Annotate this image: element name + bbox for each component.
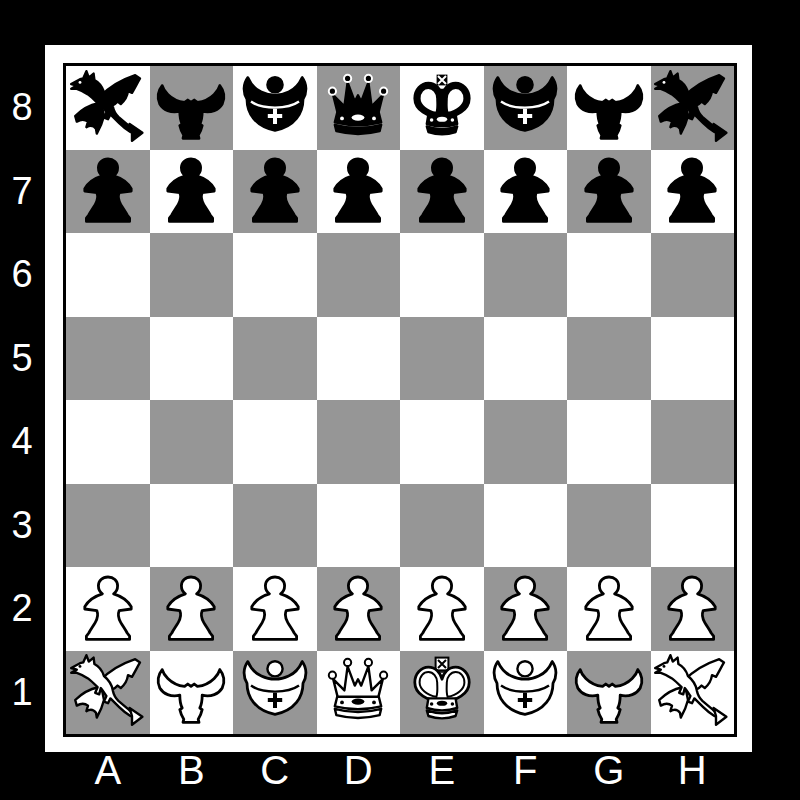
black-knight-minotaur-icon bbox=[569, 68, 649, 148]
square-g5[interactable] bbox=[567, 317, 651, 401]
square-a1[interactable] bbox=[66, 651, 150, 735]
square-b5[interactable] bbox=[150, 317, 234, 401]
square-b6[interactable] bbox=[150, 233, 234, 317]
square-d7[interactable] bbox=[317, 150, 401, 234]
square-a5[interactable] bbox=[66, 317, 150, 401]
square-e7[interactable] bbox=[400, 150, 484, 234]
white-queen-crown-icon bbox=[318, 652, 398, 732]
square-a3[interactable] bbox=[66, 484, 150, 568]
square-g7[interactable] bbox=[567, 150, 651, 234]
square-f5[interactable] bbox=[484, 317, 568, 401]
square-h3[interactable] bbox=[651, 484, 735, 568]
rank-label-8: 8 bbox=[0, 66, 44, 150]
white-rook-dragon-icon bbox=[652, 652, 732, 732]
white-pawn-icon bbox=[402, 569, 482, 649]
square-d6[interactable] bbox=[317, 233, 401, 317]
square-c7[interactable] bbox=[233, 150, 317, 234]
file-label-g: G bbox=[567, 744, 651, 796]
square-e8[interactable] bbox=[400, 66, 484, 150]
square-e4[interactable] bbox=[400, 400, 484, 484]
white-bishop-chalice-icon bbox=[485, 652, 565, 732]
white-rook-dragon-icon bbox=[68, 652, 148, 732]
square-a6[interactable] bbox=[66, 233, 150, 317]
white-bishop-chalice-icon bbox=[235, 652, 315, 732]
square-h6[interactable] bbox=[651, 233, 735, 317]
square-d3[interactable] bbox=[317, 484, 401, 568]
square-g1[interactable] bbox=[567, 651, 651, 735]
square-f1[interactable] bbox=[484, 651, 568, 735]
square-d2[interactable] bbox=[317, 567, 401, 651]
square-b3[interactable] bbox=[150, 484, 234, 568]
black-bishop-chalice-icon bbox=[235, 68, 315, 148]
square-c8[interactable] bbox=[233, 66, 317, 150]
square-a4[interactable] bbox=[66, 400, 150, 484]
square-c1[interactable] bbox=[233, 651, 317, 735]
square-e3[interactable] bbox=[400, 484, 484, 568]
square-e2[interactable] bbox=[400, 567, 484, 651]
square-h1[interactable] bbox=[651, 651, 735, 735]
black-rook-dragon-icon bbox=[652, 68, 732, 148]
white-pawn-icon bbox=[235, 569, 315, 649]
square-f3[interactable] bbox=[484, 484, 568, 568]
square-c3[interactable] bbox=[233, 484, 317, 568]
square-b8[interactable] bbox=[150, 66, 234, 150]
black-king-crown-icon bbox=[402, 68, 482, 148]
rank-label-5: 5 bbox=[0, 317, 44, 401]
square-h7[interactable] bbox=[651, 150, 735, 234]
square-b1[interactable] bbox=[150, 651, 234, 735]
rank-labels: 87654321 bbox=[0, 66, 44, 734]
square-h5[interactable] bbox=[651, 317, 735, 401]
square-f8[interactable] bbox=[484, 66, 568, 150]
black-pawn-icon bbox=[652, 151, 732, 231]
square-c5[interactable] bbox=[233, 317, 317, 401]
file-label-f: F bbox=[484, 744, 568, 796]
white-knight-minotaur-icon bbox=[151, 652, 231, 732]
square-e1[interactable] bbox=[400, 651, 484, 735]
square-c4[interactable] bbox=[233, 400, 317, 484]
white-pawn-icon bbox=[318, 569, 398, 649]
square-b2[interactable] bbox=[150, 567, 234, 651]
white-pawn-icon bbox=[68, 569, 148, 649]
file-label-b: B bbox=[150, 744, 234, 796]
square-d5[interactable] bbox=[317, 317, 401, 401]
square-h2[interactable] bbox=[651, 567, 735, 651]
black-pawn-icon bbox=[68, 151, 148, 231]
square-a7[interactable] bbox=[66, 150, 150, 234]
square-d1[interactable] bbox=[317, 651, 401, 735]
square-g6[interactable] bbox=[567, 233, 651, 317]
black-pawn-icon bbox=[569, 151, 649, 231]
square-f4[interactable] bbox=[484, 400, 568, 484]
black-pawn-icon bbox=[318, 151, 398, 231]
rank-label-4: 4 bbox=[0, 400, 44, 484]
square-f7[interactable] bbox=[484, 150, 568, 234]
square-g8[interactable] bbox=[567, 66, 651, 150]
square-d4[interactable] bbox=[317, 400, 401, 484]
file-labels: ABCDEFGH bbox=[66, 744, 734, 796]
square-h8[interactable] bbox=[651, 66, 735, 150]
file-label-h: H bbox=[651, 744, 735, 796]
square-h4[interactable] bbox=[651, 400, 735, 484]
square-b7[interactable] bbox=[150, 150, 234, 234]
square-e6[interactable] bbox=[400, 233, 484, 317]
file-label-c: C bbox=[233, 744, 317, 796]
white-king-crown-icon bbox=[402, 652, 482, 732]
square-d8[interactable] bbox=[317, 66, 401, 150]
black-bishop-chalice-icon bbox=[485, 68, 565, 148]
rank-label-3: 3 bbox=[0, 484, 44, 568]
square-f2[interactable] bbox=[484, 567, 568, 651]
white-pawn-icon bbox=[652, 569, 732, 649]
white-pawn-icon bbox=[569, 569, 649, 649]
rank-label-7: 7 bbox=[0, 150, 44, 234]
black-pawn-icon bbox=[235, 151, 315, 231]
file-label-d: D bbox=[317, 744, 401, 796]
file-label-e: E bbox=[400, 744, 484, 796]
square-c6[interactable] bbox=[233, 233, 317, 317]
white-pawn-icon bbox=[485, 569, 565, 649]
white-knight-minotaur-icon bbox=[569, 652, 649, 732]
square-g2[interactable] bbox=[567, 567, 651, 651]
square-b4[interactable] bbox=[150, 400, 234, 484]
square-f6[interactable] bbox=[484, 233, 568, 317]
black-pawn-icon bbox=[402, 151, 482, 231]
black-pawn-icon bbox=[485, 151, 565, 231]
black-pawn-icon bbox=[151, 151, 231, 231]
black-knight-minotaur-icon bbox=[151, 68, 231, 148]
black-rook-dragon-icon bbox=[68, 68, 148, 148]
square-a8[interactable] bbox=[66, 66, 150, 150]
file-label-a: A bbox=[66, 744, 150, 796]
square-g3[interactable] bbox=[567, 484, 651, 568]
chess-board bbox=[63, 63, 737, 737]
square-g4[interactable] bbox=[567, 400, 651, 484]
square-e5[interactable] bbox=[400, 317, 484, 401]
rank-label-2: 2 bbox=[0, 567, 44, 651]
square-c2[interactable] bbox=[233, 567, 317, 651]
rank-label-6: 6 bbox=[0, 233, 44, 317]
rank-label-1: 1 bbox=[0, 651, 44, 735]
square-a2[interactable] bbox=[66, 567, 150, 651]
white-pawn-icon bbox=[151, 569, 231, 649]
black-queen-crown-icon bbox=[318, 68, 398, 148]
chess-app: { "game": "chess", "piece_set": "fantasy… bbox=[0, 0, 800, 800]
